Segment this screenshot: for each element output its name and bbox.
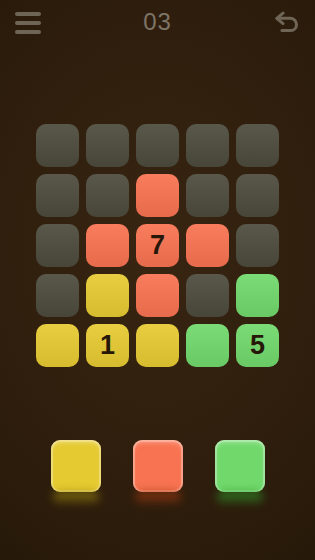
cell-r1c4-dark[interactable] <box>186 124 229 167</box>
board: 715 <box>36 124 279 367</box>
palette-button-green[interactable] <box>215 440 265 492</box>
cell-r4c5-green[interactable] <box>236 274 279 317</box>
level-title: 03 <box>0 8 315 36</box>
cell-r1c2-dark[interactable] <box>86 124 129 167</box>
cell-r3c1-dark[interactable] <box>36 224 79 267</box>
cell-r1c3-dark[interactable] <box>136 124 179 167</box>
cell-r2c2-dark[interactable] <box>86 174 129 217</box>
cell-r2c1-dark[interactable] <box>36 174 79 217</box>
cell-r5c3-yellow[interactable] <box>136 324 179 367</box>
menu-bar <box>15 12 41 16</box>
cell-r4c4-dark[interactable] <box>186 274 229 317</box>
cell-r5c4-green[interactable] <box>186 324 229 367</box>
cell-r1c1-dark[interactable] <box>36 124 79 167</box>
cell-r5c2-yellow[interactable]: 1 <box>86 324 129 367</box>
undo-icon[interactable] <box>271 8 301 38</box>
menu-icon[interactable] <box>14 11 42 35</box>
cell-r2c3-orange[interactable] <box>136 174 179 217</box>
cell-r5c5-green[interactable]: 5 <box>236 324 279 367</box>
cell-r3c2-orange[interactable] <box>86 224 129 267</box>
cell-r2c5-dark[interactable] <box>236 174 279 217</box>
cell-number: 7 <box>150 232 165 259</box>
cell-r3c5-dark[interactable] <box>236 224 279 267</box>
cell-r4c2-yellow[interactable] <box>86 274 129 317</box>
palette <box>0 440 315 492</box>
header: 03 <box>0 0 315 46</box>
cell-number: 5 <box>250 332 265 359</box>
cell-r1c5-dark[interactable] <box>236 124 279 167</box>
cell-r3c4-orange[interactable] <box>186 224 229 267</box>
palette-button-yellow[interactable] <box>51 440 101 492</box>
palette-button-orange[interactable] <box>133 440 183 492</box>
cell-r4c3-orange[interactable] <box>136 274 179 317</box>
cell-r2c4-dark[interactable] <box>186 174 229 217</box>
menu-bar <box>15 30 41 34</box>
cell-r4c1-dark[interactable] <box>36 274 79 317</box>
cell-r5c1-yellow[interactable] <box>36 324 79 367</box>
cell-number: 1 <box>100 332 115 359</box>
cell-r3c3-orange[interactable]: 7 <box>136 224 179 267</box>
menu-bar <box>15 21 41 25</box>
